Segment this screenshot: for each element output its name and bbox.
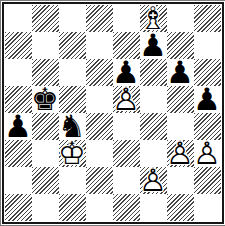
white-bishop-halo: ♝ (140, 5, 167, 32)
black-pawn-halo: ♟ (5, 113, 32, 140)
black-king-halo: ♚ (32, 86, 59, 113)
piece-black-pawn-a4: ♟ (5, 113, 32, 140)
square-c7[interactable] (59, 32, 86, 59)
chess-board: ♝♗♟♟♟♟♟♟♚♚♟♙♟♟♟♟♞♞♚♔♟♙♟♙♟♙ (5, 5, 221, 221)
square-a5[interactable] (5, 86, 32, 113)
piece-white-pawn-g3: ♙ (167, 140, 194, 167)
piece-white-king-c3: ♔ (59, 140, 86, 167)
square-b6[interactable] (32, 59, 59, 86)
square-h1[interactable] (194, 194, 221, 221)
square-b7[interactable] (32, 32, 59, 59)
square-c2[interactable] (59, 167, 86, 194)
piece-black-pawn-g6: ♟ (167, 59, 194, 86)
square-a7[interactable] (5, 32, 32, 59)
square-e1[interactable] (113, 194, 140, 221)
square-e3[interactable] (113, 140, 140, 167)
square-g5[interactable] (167, 86, 194, 113)
white-pawn-halo: ♟ (167, 140, 194, 167)
square-b5[interactable]: ♚♚ (32, 86, 59, 113)
piece-black-pawn-e6: ♟ (113, 59, 140, 86)
square-e4[interactable] (113, 113, 140, 140)
square-f8[interactable]: ♝♗ (140, 5, 167, 32)
square-a6[interactable] (5, 59, 32, 86)
square-a4[interactable]: ♟♟ (5, 113, 32, 140)
square-f6[interactable] (140, 59, 167, 86)
square-c8[interactable] (59, 5, 86, 32)
square-b4[interactable] (32, 113, 59, 140)
black-pawn-halo: ♟ (167, 59, 194, 86)
piece-white-pawn-f2: ♙ (140, 167, 167, 194)
piece-white-bishop-f8: ♗ (140, 5, 167, 32)
white-pawn-halo: ♟ (194, 140, 221, 167)
square-h5[interactable]: ♟♟ (194, 86, 221, 113)
square-g2[interactable] (167, 167, 194, 194)
black-pawn-halo: ♟ (194, 86, 221, 113)
square-b2[interactable] (32, 167, 59, 194)
square-g4[interactable] (167, 113, 194, 140)
square-e8[interactable] (113, 5, 140, 32)
square-a3[interactable] (5, 140, 32, 167)
square-g3[interactable]: ♟♙ (167, 140, 194, 167)
square-f2[interactable]: ♟♙ (140, 167, 167, 194)
piece-black-king-b5: ♚ (32, 86, 59, 113)
square-d6[interactable] (86, 59, 113, 86)
square-c1[interactable] (59, 194, 86, 221)
square-e6[interactable]: ♟♟ (113, 59, 140, 86)
black-pawn-halo: ♟ (140, 32, 167, 59)
white-pawn-halo: ♟ (140, 167, 167, 194)
square-b1[interactable] (32, 194, 59, 221)
square-h4[interactable] (194, 113, 221, 140)
square-d5[interactable] (86, 86, 113, 113)
white-king-halo: ♚ (59, 140, 86, 167)
square-d2[interactable] (86, 167, 113, 194)
square-g1[interactable] (167, 194, 194, 221)
square-f5[interactable] (140, 86, 167, 113)
square-h8[interactable] (194, 5, 221, 32)
square-d3[interactable] (86, 140, 113, 167)
square-d1[interactable] (86, 194, 113, 221)
square-c5[interactable] (59, 86, 86, 113)
chess-board-frame: ♝♗♟♟♟♟♟♟♚♚♟♙♟♟♟♟♞♞♚♔♟♙♟♙♟♙ (2, 2, 224, 224)
square-c6[interactable] (59, 59, 86, 86)
piece-white-pawn-e5: ♙ (113, 86, 140, 113)
square-c4[interactable]: ♞♞ (59, 113, 86, 140)
square-a8[interactable] (5, 5, 32, 32)
square-h6[interactable] (194, 59, 221, 86)
square-e2[interactable] (113, 167, 140, 194)
square-a2[interactable] (5, 167, 32, 194)
square-h7[interactable] (194, 32, 221, 59)
square-g7[interactable] (167, 32, 194, 59)
square-d8[interactable] (86, 5, 113, 32)
square-g6[interactable]: ♟♟ (167, 59, 194, 86)
square-b3[interactable] (32, 140, 59, 167)
square-d7[interactable] (86, 32, 113, 59)
square-f3[interactable] (140, 140, 167, 167)
square-f7[interactable]: ♟♟ (140, 32, 167, 59)
piece-black-pawn-h5: ♟ (194, 86, 221, 113)
square-c3[interactable]: ♚♔ (59, 140, 86, 167)
square-a1[interactable] (5, 194, 32, 221)
piece-black-knight-c4: ♞ (59, 113, 86, 140)
diagram-background: ♝♗♟♟♟♟♟♟♚♚♟♙♟♟♟♟♞♞♚♔♟♙♟♙♟♙ (0, 0, 225, 226)
black-knight-halo: ♞ (59, 113, 86, 140)
white-pawn-halo: ♟ (113, 86, 140, 113)
square-h2[interactable] (194, 167, 221, 194)
square-g8[interactable] (167, 5, 194, 32)
square-e7[interactable] (113, 32, 140, 59)
piece-white-pawn-h3: ♙ (194, 140, 221, 167)
black-pawn-halo: ♟ (113, 59, 140, 86)
square-e5[interactable]: ♟♙ (113, 86, 140, 113)
square-h3[interactable]: ♟♙ (194, 140, 221, 167)
square-d4[interactable] (86, 113, 113, 140)
square-f1[interactable] (140, 194, 167, 221)
square-b8[interactable] (32, 5, 59, 32)
square-f4[interactable] (140, 113, 167, 140)
piece-black-pawn-f7: ♟ (140, 32, 167, 59)
